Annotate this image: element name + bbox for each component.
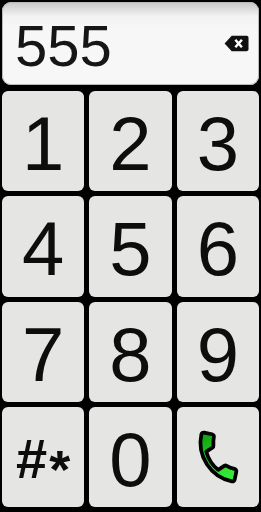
key-6[interactable]: 6 [177,196,259,296]
key-4[interactable]: 4 [2,196,84,296]
key-0-label: 0 [109,422,151,498]
key-4-label: 4 [22,211,64,287]
key-5[interactable]: 5 [89,196,171,296]
key-2[interactable]: 2 [89,91,171,191]
key-5-label: 5 [109,211,151,287]
key-7-label: 7 [22,317,64,393]
key-3-label: 3 [197,106,239,182]
dialed-number: 555 [15,17,112,75]
star-symbol: * [49,442,70,496]
key-1[interactable]: 1 [2,91,84,191]
key-3[interactable]: 3 [177,91,259,191]
number-display-field[interactable]: 555 [2,2,259,85]
key-7[interactable]: 7 [2,302,84,402]
phone-icon [190,429,246,485]
key-call[interactable] [177,407,259,507]
key-2-label: 2 [109,106,151,182]
key-8[interactable]: 8 [89,302,171,402]
dialer-screen: 555 1 2 3 4 5 6 7 8 9 [0,0,261,512]
key-hash-star[interactable]: # * [2,407,84,507]
key-1-label: 1 [22,106,64,182]
key-6-label: 6 [197,211,239,287]
keypad: 1 2 3 4 5 6 7 8 9 # * 0 [2,91,259,507]
key-8-label: 8 [109,317,151,393]
key-0[interactable]: 0 [89,407,171,507]
hash-symbol: # [16,431,47,487]
backspace-icon[interactable] [224,35,249,52]
key-9-label: 9 [197,317,239,393]
key-9[interactable]: 9 [177,302,259,402]
